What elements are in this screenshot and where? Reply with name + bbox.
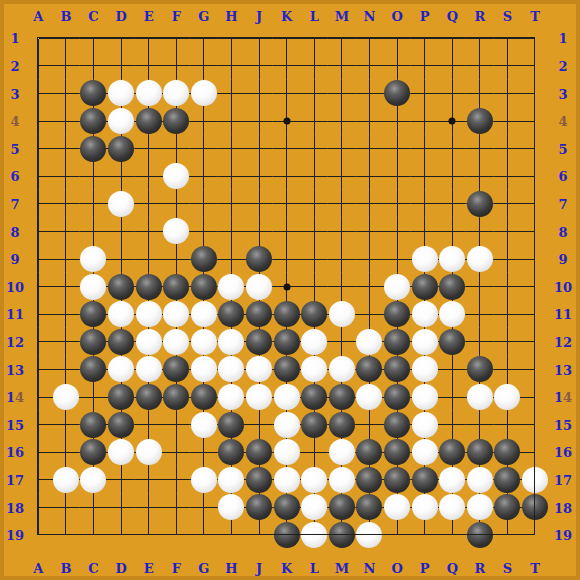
point-R7[interactable] <box>466 190 494 218</box>
point-P9[interactable] <box>411 245 439 273</box>
point-P17[interactable] <box>411 466 439 494</box>
point-C18[interactable] <box>80 494 108 522</box>
point-Q16[interactable] <box>438 438 466 466</box>
point-H5[interactable] <box>218 135 246 163</box>
point-H19[interactable] <box>218 521 246 549</box>
point-P18[interactable] <box>411 494 439 522</box>
point-F16[interactable] <box>162 438 190 466</box>
point-J5[interactable] <box>245 135 273 163</box>
point-C9[interactable] <box>80 245 108 273</box>
point-N4[interactable] <box>356 107 384 135</box>
point-S11[interactable] <box>494 300 522 328</box>
point-T1[interactable] <box>521 25 549 53</box>
point-O4[interactable] <box>383 107 411 135</box>
point-S15[interactable] <box>494 411 522 439</box>
point-R16[interactable] <box>466 438 494 466</box>
point-K12[interactable] <box>273 328 301 356</box>
point-T9[interactable] <box>521 245 549 273</box>
point-P19[interactable] <box>411 521 439 549</box>
point-D19[interactable] <box>107 521 135 549</box>
point-S2[interactable] <box>494 52 522 80</box>
point-C5[interactable] <box>80 135 108 163</box>
point-L7[interactable] <box>300 190 328 218</box>
point-C8[interactable] <box>80 218 108 246</box>
point-M17[interactable] <box>328 466 356 494</box>
point-J16[interactable] <box>245 438 273 466</box>
point-Q6[interactable] <box>438 162 466 190</box>
point-O2[interactable] <box>383 52 411 80</box>
point-D7[interactable] <box>107 190 135 218</box>
point-Q12[interactable] <box>438 328 466 356</box>
point-O19[interactable] <box>383 521 411 549</box>
point-K10[interactable] <box>273 273 301 301</box>
point-M6[interactable] <box>328 162 356 190</box>
point-D11[interactable] <box>107 300 135 328</box>
point-K11[interactable] <box>273 300 301 328</box>
point-L12[interactable] <box>300 328 328 356</box>
point-F6[interactable] <box>162 162 190 190</box>
point-P10[interactable] <box>411 273 439 301</box>
point-Q7[interactable] <box>438 190 466 218</box>
point-D5[interactable] <box>107 135 135 163</box>
point-R6[interactable] <box>466 162 494 190</box>
point-S13[interactable] <box>494 356 522 384</box>
point-D12[interactable] <box>107 328 135 356</box>
point-E11[interactable] <box>135 300 163 328</box>
point-G17[interactable] <box>190 466 218 494</box>
point-D3[interactable] <box>107 80 135 108</box>
point-D14[interactable] <box>107 383 135 411</box>
point-E14[interactable] <box>135 383 163 411</box>
point-M16[interactable] <box>328 438 356 466</box>
point-G2[interactable] <box>190 52 218 80</box>
point-M11[interactable] <box>328 300 356 328</box>
point-N16[interactable] <box>356 438 384 466</box>
point-O10[interactable] <box>383 273 411 301</box>
point-F1[interactable] <box>162 25 190 53</box>
point-N5[interactable] <box>356 135 384 163</box>
point-L18[interactable] <box>300 494 328 522</box>
point-Q2[interactable] <box>438 52 466 80</box>
point-L4[interactable] <box>300 107 328 135</box>
point-N18[interactable] <box>356 494 384 522</box>
point-C16[interactable] <box>80 438 108 466</box>
point-C7[interactable] <box>80 190 108 218</box>
point-A18[interactable] <box>25 494 53 522</box>
point-A3[interactable] <box>25 80 53 108</box>
point-L15[interactable] <box>300 411 328 439</box>
point-F19[interactable] <box>162 521 190 549</box>
point-K9[interactable] <box>273 245 301 273</box>
point-G11[interactable] <box>190 300 218 328</box>
point-M1[interactable] <box>328 25 356 53</box>
point-A19[interactable] <box>25 521 53 549</box>
point-O8[interactable] <box>383 218 411 246</box>
point-P4[interactable] <box>411 107 439 135</box>
point-S3[interactable] <box>494 80 522 108</box>
point-T5[interactable] <box>521 135 549 163</box>
point-O13[interactable] <box>383 356 411 384</box>
point-G4[interactable] <box>190 107 218 135</box>
point-D13[interactable] <box>107 356 135 384</box>
point-G19[interactable] <box>190 521 218 549</box>
point-Q5[interactable] <box>438 135 466 163</box>
point-P5[interactable] <box>411 135 439 163</box>
point-E7[interactable] <box>135 190 163 218</box>
point-N11[interactable] <box>356 300 384 328</box>
point-H12[interactable] <box>218 328 246 356</box>
point-T18[interactable] <box>521 494 549 522</box>
point-F12[interactable] <box>162 328 190 356</box>
point-D18[interactable] <box>107 494 135 522</box>
point-C2[interactable] <box>80 52 108 80</box>
point-H13[interactable] <box>218 356 246 384</box>
point-L1[interactable] <box>300 25 328 53</box>
point-M8[interactable] <box>328 218 356 246</box>
point-A13[interactable] <box>25 356 53 384</box>
point-N2[interactable] <box>356 52 384 80</box>
point-L6[interactable] <box>300 162 328 190</box>
point-B11[interactable] <box>52 300 80 328</box>
point-K6[interactable] <box>273 162 301 190</box>
point-G15[interactable] <box>190 411 218 439</box>
point-H11[interactable] <box>218 300 246 328</box>
point-A4[interactable] <box>25 107 53 135</box>
point-N6[interactable] <box>356 162 384 190</box>
point-E19[interactable] <box>135 521 163 549</box>
point-L16[interactable] <box>300 438 328 466</box>
point-T3[interactable] <box>521 80 549 108</box>
point-T4[interactable] <box>521 107 549 135</box>
point-O12[interactable] <box>383 328 411 356</box>
point-E8[interactable] <box>135 218 163 246</box>
point-R12[interactable] <box>466 328 494 356</box>
point-J15[interactable] <box>245 411 273 439</box>
point-M7[interactable] <box>328 190 356 218</box>
point-J14[interactable] <box>245 383 273 411</box>
point-K4[interactable] <box>273 107 301 135</box>
point-F8[interactable] <box>162 218 190 246</box>
point-B15[interactable] <box>52 411 80 439</box>
point-A8[interactable] <box>25 218 53 246</box>
point-A5[interactable] <box>25 135 53 163</box>
point-R4[interactable] <box>466 107 494 135</box>
point-F15[interactable] <box>162 411 190 439</box>
point-J8[interactable] <box>245 218 273 246</box>
point-C12[interactable] <box>80 328 108 356</box>
point-Q14[interactable] <box>438 383 466 411</box>
point-T16[interactable] <box>521 438 549 466</box>
point-R5[interactable] <box>466 135 494 163</box>
point-R1[interactable] <box>466 25 494 53</box>
point-Q9[interactable] <box>438 245 466 273</box>
point-O3[interactable] <box>383 80 411 108</box>
point-J13[interactable] <box>245 356 273 384</box>
point-L2[interactable] <box>300 52 328 80</box>
point-Q10[interactable] <box>438 273 466 301</box>
point-T8[interactable] <box>521 218 549 246</box>
point-Q11[interactable] <box>438 300 466 328</box>
point-R14[interactable] <box>466 383 494 411</box>
point-P2[interactable] <box>411 52 439 80</box>
point-T10[interactable] <box>521 273 549 301</box>
point-T19[interactable] <box>521 521 549 549</box>
point-O6[interactable] <box>383 162 411 190</box>
point-K8[interactable] <box>273 218 301 246</box>
point-N12[interactable] <box>356 328 384 356</box>
point-E12[interactable] <box>135 328 163 356</box>
point-R17[interactable] <box>466 466 494 494</box>
point-O15[interactable] <box>383 411 411 439</box>
point-P7[interactable] <box>411 190 439 218</box>
point-Q18[interactable] <box>438 494 466 522</box>
point-P13[interactable] <box>411 356 439 384</box>
point-O7[interactable] <box>383 190 411 218</box>
point-T11[interactable] <box>521 300 549 328</box>
point-B5[interactable] <box>52 135 80 163</box>
point-T14[interactable] <box>521 383 549 411</box>
point-K7[interactable] <box>273 190 301 218</box>
point-R8[interactable] <box>466 218 494 246</box>
point-M5[interactable] <box>328 135 356 163</box>
point-F11[interactable] <box>162 300 190 328</box>
point-T13[interactable] <box>521 356 549 384</box>
point-G8[interactable] <box>190 218 218 246</box>
point-P3[interactable] <box>411 80 439 108</box>
point-K16[interactable] <box>273 438 301 466</box>
point-G3[interactable] <box>190 80 218 108</box>
point-O9[interactable] <box>383 245 411 273</box>
point-R2[interactable] <box>466 52 494 80</box>
point-A12[interactable] <box>25 328 53 356</box>
point-L5[interactable] <box>300 135 328 163</box>
point-Q8[interactable] <box>438 218 466 246</box>
point-E18[interactable] <box>135 494 163 522</box>
point-E15[interactable] <box>135 411 163 439</box>
point-L17[interactable] <box>300 466 328 494</box>
point-K18[interactable] <box>273 494 301 522</box>
point-D2[interactable] <box>107 52 135 80</box>
point-O17[interactable] <box>383 466 411 494</box>
point-D1[interactable] <box>107 25 135 53</box>
point-H1[interactable] <box>218 25 246 53</box>
point-L9[interactable] <box>300 245 328 273</box>
point-E13[interactable] <box>135 356 163 384</box>
point-K5[interactable] <box>273 135 301 163</box>
point-S16[interactable] <box>494 438 522 466</box>
point-L13[interactable] <box>300 356 328 384</box>
point-A7[interactable] <box>25 190 53 218</box>
point-F2[interactable] <box>162 52 190 80</box>
point-N1[interactable] <box>356 25 384 53</box>
point-L19[interactable] <box>300 521 328 549</box>
point-F17[interactable] <box>162 466 190 494</box>
point-P14[interactable] <box>411 383 439 411</box>
point-H7[interactable] <box>218 190 246 218</box>
point-K14[interactable] <box>273 383 301 411</box>
point-G9[interactable] <box>190 245 218 273</box>
point-N7[interactable] <box>356 190 384 218</box>
point-C11[interactable] <box>80 300 108 328</box>
point-A14[interactable] <box>25 383 53 411</box>
point-S8[interactable] <box>494 218 522 246</box>
point-N15[interactable] <box>356 411 384 439</box>
point-N3[interactable] <box>356 80 384 108</box>
point-K19[interactable] <box>273 521 301 549</box>
point-B13[interactable] <box>52 356 80 384</box>
point-J17[interactable] <box>245 466 273 494</box>
point-S5[interactable] <box>494 135 522 163</box>
point-N17[interactable] <box>356 466 384 494</box>
point-O18[interactable] <box>383 494 411 522</box>
point-J10[interactable] <box>245 273 273 301</box>
point-R15[interactable] <box>466 411 494 439</box>
point-P15[interactable] <box>411 411 439 439</box>
point-M13[interactable] <box>328 356 356 384</box>
point-M9[interactable] <box>328 245 356 273</box>
point-Q3[interactable] <box>438 80 466 108</box>
point-L14[interactable] <box>300 383 328 411</box>
point-B3[interactable] <box>52 80 80 108</box>
point-M19[interactable] <box>328 521 356 549</box>
point-H16[interactable] <box>218 438 246 466</box>
point-R13[interactable] <box>466 356 494 384</box>
point-M14[interactable] <box>328 383 356 411</box>
point-C15[interactable] <box>80 411 108 439</box>
point-J9[interactable] <box>245 245 273 273</box>
point-B12[interactable] <box>52 328 80 356</box>
point-E10[interactable] <box>135 273 163 301</box>
point-P8[interactable] <box>411 218 439 246</box>
point-B10[interactable] <box>52 273 80 301</box>
point-H8[interactable] <box>218 218 246 246</box>
point-H9[interactable] <box>218 245 246 273</box>
point-A16[interactable] <box>25 438 53 466</box>
point-B4[interactable] <box>52 107 80 135</box>
point-G18[interactable] <box>190 494 218 522</box>
point-E9[interactable] <box>135 245 163 273</box>
point-O5[interactable] <box>383 135 411 163</box>
point-G10[interactable] <box>190 273 218 301</box>
point-S7[interactable] <box>494 190 522 218</box>
point-G6[interactable] <box>190 162 218 190</box>
point-O1[interactable] <box>383 25 411 53</box>
point-E6[interactable] <box>135 162 163 190</box>
point-G7[interactable] <box>190 190 218 218</box>
point-P11[interactable] <box>411 300 439 328</box>
point-Q15[interactable] <box>438 411 466 439</box>
point-H2[interactable] <box>218 52 246 80</box>
point-F13[interactable] <box>162 356 190 384</box>
point-N10[interactable] <box>356 273 384 301</box>
point-R18[interactable] <box>466 494 494 522</box>
point-R11[interactable] <box>466 300 494 328</box>
point-K1[interactable] <box>273 25 301 53</box>
point-E17[interactable] <box>135 466 163 494</box>
point-H6[interactable] <box>218 162 246 190</box>
point-N14[interactable] <box>356 383 384 411</box>
point-C14[interactable] <box>80 383 108 411</box>
point-B16[interactable] <box>52 438 80 466</box>
point-C17[interactable] <box>80 466 108 494</box>
point-F14[interactable] <box>162 383 190 411</box>
point-P16[interactable] <box>411 438 439 466</box>
point-G1[interactable] <box>190 25 218 53</box>
point-F7[interactable] <box>162 190 190 218</box>
point-M2[interactable] <box>328 52 356 80</box>
point-J6[interactable] <box>245 162 273 190</box>
point-F9[interactable] <box>162 245 190 273</box>
point-Q1[interactable] <box>438 25 466 53</box>
point-E3[interactable] <box>135 80 163 108</box>
point-A6[interactable] <box>25 162 53 190</box>
point-B18[interactable] <box>52 494 80 522</box>
point-E1[interactable] <box>135 25 163 53</box>
point-B19[interactable] <box>52 521 80 549</box>
point-D10[interactable] <box>107 273 135 301</box>
point-O14[interactable] <box>383 383 411 411</box>
point-N13[interactable] <box>356 356 384 384</box>
point-F3[interactable] <box>162 80 190 108</box>
point-E2[interactable] <box>135 52 163 80</box>
point-L3[interactable] <box>300 80 328 108</box>
point-O16[interactable] <box>383 438 411 466</box>
point-J11[interactable] <box>245 300 273 328</box>
point-R9[interactable] <box>466 245 494 273</box>
point-T6[interactable] <box>521 162 549 190</box>
point-O11[interactable] <box>383 300 411 328</box>
point-J3[interactable] <box>245 80 273 108</box>
point-L11[interactable] <box>300 300 328 328</box>
point-C6[interactable] <box>80 162 108 190</box>
point-G14[interactable] <box>190 383 218 411</box>
point-B14[interactable] <box>52 383 80 411</box>
point-N8[interactable] <box>356 218 384 246</box>
point-G12[interactable] <box>190 328 218 356</box>
point-C1[interactable] <box>80 25 108 53</box>
point-A11[interactable] <box>25 300 53 328</box>
point-F4[interactable] <box>162 107 190 135</box>
point-R10[interactable] <box>466 273 494 301</box>
point-Q17[interactable] <box>438 466 466 494</box>
point-D16[interactable] <box>107 438 135 466</box>
point-H17[interactable] <box>218 466 246 494</box>
point-B2[interactable] <box>52 52 80 80</box>
point-J1[interactable] <box>245 25 273 53</box>
point-H18[interactable] <box>218 494 246 522</box>
point-D4[interactable] <box>107 107 135 135</box>
point-A2[interactable] <box>25 52 53 80</box>
point-D17[interactable] <box>107 466 135 494</box>
point-S6[interactable] <box>494 162 522 190</box>
point-L8[interactable] <box>300 218 328 246</box>
point-F18[interactable] <box>162 494 190 522</box>
point-J19[interactable] <box>245 521 273 549</box>
point-H10[interactable] <box>218 273 246 301</box>
point-G16[interactable] <box>190 438 218 466</box>
point-B7[interactable] <box>52 190 80 218</box>
point-C4[interactable] <box>80 107 108 135</box>
point-D9[interactable] <box>107 245 135 273</box>
point-N9[interactable] <box>356 245 384 273</box>
point-H15[interactable] <box>218 411 246 439</box>
point-D6[interactable] <box>107 162 135 190</box>
point-E5[interactable] <box>135 135 163 163</box>
point-Q4[interactable] <box>438 107 466 135</box>
point-D8[interactable] <box>107 218 135 246</box>
point-S12[interactable] <box>494 328 522 356</box>
point-K13[interactable] <box>273 356 301 384</box>
